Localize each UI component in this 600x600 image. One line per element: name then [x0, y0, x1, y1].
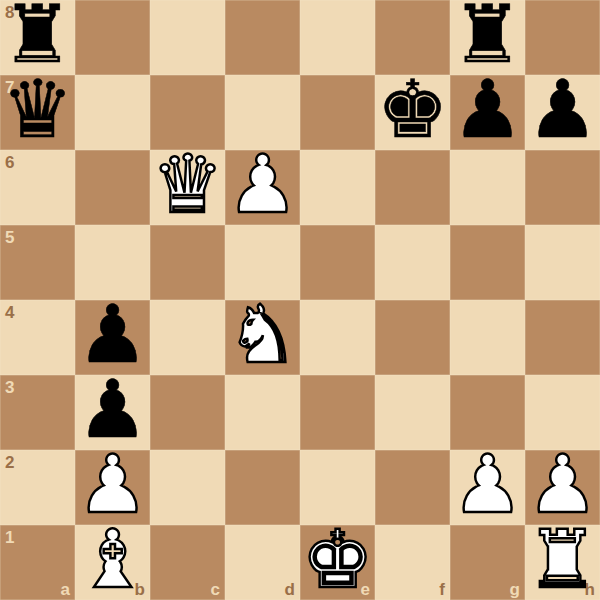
square-h6[interactable]	[525, 150, 600, 225]
black-pawn[interactable]: ♟	[527, 72, 599, 147]
square-f3[interactable]	[375, 375, 450, 450]
square-e3[interactable]	[300, 375, 375, 450]
rank-label-3: 3	[5, 379, 14, 396]
square-b7[interactable]	[75, 75, 150, 150]
square-f7[interactable]: ♚	[375, 75, 450, 150]
square-g4[interactable]	[450, 300, 525, 375]
rank-label-6: 6	[5, 154, 14, 171]
square-c4[interactable]	[150, 300, 225, 375]
square-d3[interactable]	[225, 375, 300, 450]
white-pawn[interactable]: ♟	[77, 447, 149, 522]
black-pawn[interactable]: ♟	[77, 372, 149, 447]
rank-label-4: 4	[5, 304, 14, 321]
square-a7[interactable]: 7♛	[0, 75, 75, 150]
square-d8[interactable]	[225, 0, 300, 75]
square-d2[interactable]	[225, 450, 300, 525]
square-g1[interactable]: g	[450, 525, 525, 600]
square-b1[interactable]: b♝	[75, 525, 150, 600]
black-rook[interactable]: ♜	[2, 0, 74, 72]
square-e5[interactable]	[300, 225, 375, 300]
square-c5[interactable]	[150, 225, 225, 300]
square-f6[interactable]	[375, 150, 450, 225]
square-f1[interactable]: f	[375, 525, 450, 600]
square-b8[interactable]	[75, 0, 150, 75]
square-c8[interactable]	[150, 0, 225, 75]
square-c1[interactable]: c	[150, 525, 225, 600]
square-c2[interactable]	[150, 450, 225, 525]
square-a3[interactable]: 3	[0, 375, 75, 450]
square-b6[interactable]	[75, 150, 150, 225]
square-a1[interactable]: 1a	[0, 525, 75, 600]
rank-label-5: 5	[5, 229, 14, 246]
square-e4[interactable]	[300, 300, 375, 375]
file-label-g: g	[510, 581, 520, 598]
white-pawn[interactable]: ♟	[527, 447, 599, 522]
square-e6[interactable]	[300, 150, 375, 225]
square-d6[interactable]: ♟	[225, 150, 300, 225]
black-king[interactable]: ♚	[377, 72, 449, 147]
square-h1[interactable]: h♜	[525, 525, 600, 600]
square-f5[interactable]	[375, 225, 450, 300]
square-g2[interactable]: ♟	[450, 450, 525, 525]
square-c6[interactable]: ♛	[150, 150, 225, 225]
square-d4[interactable]: ♞	[225, 300, 300, 375]
black-queen[interactable]: ♛	[2, 72, 74, 147]
file-label-c: c	[211, 581, 220, 598]
square-e8[interactable]	[300, 0, 375, 75]
square-f2[interactable]	[375, 450, 450, 525]
black-rook[interactable]: ♜	[452, 0, 524, 72]
square-e1[interactable]: e♚	[300, 525, 375, 600]
square-c3[interactable]	[150, 375, 225, 450]
square-a5[interactable]: 5	[0, 225, 75, 300]
square-e7[interactable]	[300, 75, 375, 150]
square-d1[interactable]: d	[225, 525, 300, 600]
white-bishop[interactable]: ♝	[77, 522, 149, 597]
square-g5[interactable]	[450, 225, 525, 300]
square-h7[interactable]: ♟	[525, 75, 600, 150]
white-rook[interactable]: ♜	[527, 522, 599, 597]
white-knight[interactable]: ♞	[227, 297, 299, 372]
square-f4[interactable]	[375, 300, 450, 375]
white-king[interactable]: ♚	[302, 522, 374, 597]
white-pawn[interactable]: ♟	[452, 447, 524, 522]
chess-board: 8♜♜7♛♚♟♟6♛♟54♟♞3♟2♟♟♟1ab♝cde♚fgh♜	[0, 0, 600, 600]
square-g6[interactable]	[450, 150, 525, 225]
square-a6[interactable]: 6	[0, 150, 75, 225]
square-a4[interactable]: 4	[0, 300, 75, 375]
rank-label-2: 2	[5, 454, 14, 471]
square-h5[interactable]	[525, 225, 600, 300]
white-pawn[interactable]: ♟	[227, 147, 299, 222]
square-a2[interactable]: 2	[0, 450, 75, 525]
file-label-d: d	[285, 581, 295, 598]
square-h4[interactable]	[525, 300, 600, 375]
rank-label-1: 1	[5, 529, 14, 546]
white-queen[interactable]: ♛	[152, 147, 224, 222]
file-label-a: a	[61, 581, 70, 598]
black-pawn[interactable]: ♟	[77, 297, 149, 372]
black-pawn[interactable]: ♟	[452, 72, 524, 147]
file-label-f: f	[439, 581, 445, 598]
square-g7[interactable]: ♟	[450, 75, 525, 150]
